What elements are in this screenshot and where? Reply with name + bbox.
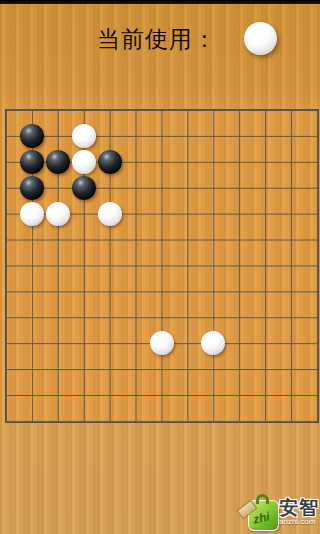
game-board[interactable] (5, 109, 319, 423)
current-stone-indicator-white-stone-icon (244, 22, 277, 55)
status-bar (0, 0, 320, 4)
current-stone-label: 当前使用： (97, 26, 217, 52)
anzhi-url-text: anzhi.com (279, 517, 319, 526)
bag-script-text: zhi (252, 509, 271, 526)
bag-handle-icon (256, 494, 269, 504)
app-screen: 当前使用： zhi 安智 anzhi.com (0, 0, 320, 534)
